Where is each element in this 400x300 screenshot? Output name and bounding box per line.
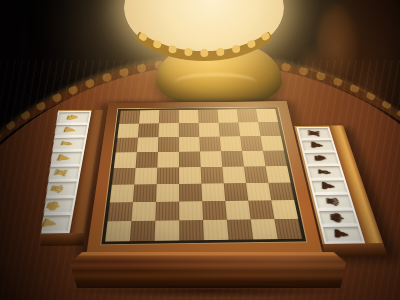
square-h4 (266, 166, 291, 183)
right-stored-piece-icon: ♚ (328, 211, 345, 224)
right-compartment-2: ♟ (301, 140, 334, 151)
square-a5 (114, 152, 137, 168)
left-compartment-1: ♞ (57, 112, 90, 123)
square-g6 (240, 136, 263, 151)
square-a4 (112, 168, 136, 185)
board-cast-shadow (60, 284, 360, 298)
square-e5 (200, 151, 222, 167)
left-stored-piece-icon: ♟ (39, 217, 60, 230)
square-a1 (105, 221, 131, 242)
square-e7 (199, 123, 220, 137)
square-e4 (201, 167, 224, 184)
right-stored-piece-icon: ♟ (333, 227, 351, 241)
right-stored-piece-icon: ♟ (320, 180, 336, 192)
square-c2 (155, 202, 179, 221)
square-g2 (248, 200, 274, 219)
square-h1 (274, 219, 302, 239)
square-g7 (238, 122, 260, 136)
square-h6 (260, 136, 283, 151)
square-d1 (179, 220, 204, 240)
left-compartment-4: ♟ (47, 151, 83, 164)
square-a8 (119, 110, 140, 123)
square-e2 (202, 201, 227, 220)
square-f5 (221, 151, 244, 167)
square-b8 (139, 110, 159, 123)
square-c8 (159, 110, 179, 123)
left-compartment-6: ♛ (39, 182, 77, 197)
square-d8 (179, 110, 199, 123)
board-grid (105, 109, 302, 242)
square-e3 (201, 183, 225, 201)
right-compartment-8: ♟ (323, 227, 362, 242)
square-f1 (227, 219, 253, 239)
square-b3 (133, 184, 157, 202)
right-compartment-1: ♜ (298, 128, 330, 139)
square-g3 (246, 183, 271, 201)
left-compartment-5: ♜ (43, 166, 80, 180)
square-d3 (179, 184, 202, 202)
right-stored-piece-icon: ♛ (324, 195, 340, 207)
square-c6 (158, 137, 179, 152)
square-a6 (116, 138, 138, 153)
square-c3 (156, 184, 179, 202)
square-b1 (130, 221, 155, 241)
photo-scene: ♞♟♝♟♜♛♚♟ ♜♟♞♝♟♛♚♟ (0, 0, 400, 300)
square-h8 (256, 109, 278, 122)
square-e1 (203, 220, 229, 240)
square-e8 (198, 110, 218, 123)
right-compartment-5: ♟ (311, 180, 347, 193)
left-compartment-2: ♟ (54, 125, 88, 137)
left-compartment-3: ♝ (50, 138, 85, 150)
square-f3 (224, 183, 249, 201)
square-b5 (136, 152, 158, 168)
left-compartment-8: ♟ (30, 215, 71, 231)
square-f4 (222, 167, 246, 184)
square-d6 (179, 137, 200, 152)
square-c4 (157, 167, 179, 184)
left-stored-piece-icon: ♚ (43, 199, 63, 212)
left-stored-piece-icon: ♞ (64, 113, 81, 122)
square-c5 (157, 152, 179, 168)
square-b2 (131, 202, 156, 221)
right-compartment-4: ♝ (308, 166, 343, 178)
square-c7 (158, 123, 178, 137)
square-f8 (217, 109, 238, 122)
left-drawer-front (24, 233, 85, 246)
square-b7 (138, 123, 159, 137)
left-stored-piece-icon: ♝ (58, 139, 76, 149)
square-d4 (179, 167, 201, 184)
square-g8 (237, 109, 258, 122)
square-b4 (134, 168, 157, 185)
right-compartment-6: ♛ (315, 195, 352, 209)
square-f6 (220, 136, 242, 151)
left-compartment-7: ♚ (34, 198, 73, 213)
square-d7 (179, 123, 199, 137)
square-c1 (155, 220, 180, 240)
right-compartment-7: ♚ (319, 210, 357, 224)
square-h2 (271, 200, 298, 219)
square-e6 (199, 137, 221, 152)
square-d5 (179, 151, 201, 167)
square-g4 (244, 166, 268, 183)
right-stored-piece-icon: ♝ (317, 166, 332, 177)
square-g5 (242, 151, 266, 167)
left-stored-piece-icon: ♟ (55, 153, 73, 164)
square-h7 (258, 122, 281, 136)
left-stored-piece-icon: ♜ (51, 167, 70, 178)
chess-board (86, 101, 322, 257)
square-g1 (251, 219, 278, 239)
right-stored-piece-icon: ♟ (310, 140, 325, 150)
square-a3 (110, 184, 135, 202)
square-h5 (263, 150, 287, 166)
square-b6 (137, 137, 159, 152)
left-stored-piece-icon: ♛ (47, 183, 66, 195)
board-inlay-line (101, 107, 306, 244)
square-h3 (268, 182, 294, 200)
square-d2 (179, 201, 203, 220)
board-front-molding (70, 252, 346, 288)
right-compartment-3: ♞ (305, 153, 339, 165)
square-f7 (219, 122, 241, 136)
square-f2 (225, 201, 250, 220)
board-plane: ♞♟♝♟♜♛♚♟ ♜♟♞♝♟♛♚♟ (0, 101, 400, 278)
square-a2 (107, 202, 132, 221)
right-stored-piece-icon: ♜ (306, 128, 320, 138)
square-a7 (117, 124, 139, 138)
left-stored-piece-icon: ♟ (61, 126, 78, 135)
right-stored-piece-icon: ♞ (313, 153, 328, 164)
